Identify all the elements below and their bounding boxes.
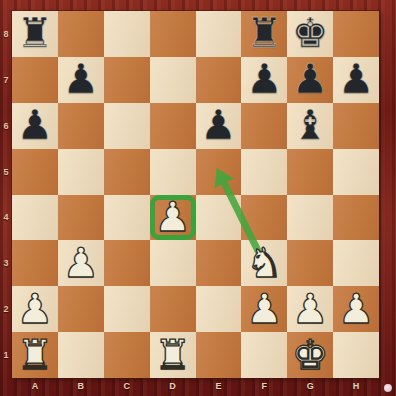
square-c4[interactable]	[104, 195, 150, 241]
file-label-A: A	[32, 381, 39, 391]
rank-label-2: 2	[0, 304, 12, 314]
white-king-g1[interactable]: ♚	[287, 332, 333, 378]
file-label-C: C	[123, 381, 130, 391]
square-f2[interactable]: ♟	[241, 286, 287, 332]
file-label-E: E	[215, 381, 221, 391]
square-b5[interactable]	[58, 149, 104, 195]
rank-label-1: 1	[0, 350, 12, 360]
square-a4[interactable]	[12, 195, 58, 241]
square-e7[interactable]	[196, 57, 242, 103]
white-pawn-a2[interactable]: ♟	[12, 286, 58, 332]
square-f7[interactable]: ♟	[241, 57, 287, 103]
square-h6[interactable]	[333, 103, 379, 149]
black-pawn-f7[interactable]: ♟	[241, 57, 287, 103]
square-h3[interactable]	[333, 240, 379, 286]
square-b1[interactable]	[58, 332, 104, 378]
black-bishop-g6[interactable]: ♝	[287, 103, 333, 149]
square-d3[interactable]	[150, 240, 196, 286]
square-b3[interactable]: ♟	[58, 240, 104, 286]
file-label-G: G	[307, 381, 314, 391]
white-rook-a1[interactable]: ♜	[12, 332, 58, 378]
square-h5[interactable]	[333, 149, 379, 195]
square-a1[interactable]: ♜	[12, 332, 58, 378]
rank-labels: 87654321	[0, 11, 12, 378]
square-a2[interactable]: ♟	[12, 286, 58, 332]
square-h4[interactable]	[333, 195, 379, 241]
square-h8[interactable]	[333, 11, 379, 57]
square-e1[interactable]	[196, 332, 242, 378]
square-e6[interactable]: ♟	[196, 103, 242, 149]
square-g1[interactable]: ♚	[287, 332, 333, 378]
white-pawn-d4[interactable]: ♟	[150, 195, 196, 241]
square-d7[interactable]	[150, 57, 196, 103]
file-label-H: H	[353, 381, 360, 391]
square-d1[interactable]: ♜	[150, 332, 196, 378]
black-king-g8[interactable]: ♚	[287, 11, 333, 57]
square-g7[interactable]: ♟	[287, 57, 333, 103]
square-d6[interactable]	[150, 103, 196, 149]
square-b4[interactable]	[58, 195, 104, 241]
square-g2[interactable]: ♟	[287, 286, 333, 332]
white-pawn-b3[interactable]: ♟	[58, 240, 104, 286]
square-f8[interactable]: ♜	[241, 11, 287, 57]
square-c2[interactable]	[104, 286, 150, 332]
square-c5[interactable]	[104, 149, 150, 195]
square-h7[interactable]: ♟	[333, 57, 379, 103]
square-a8[interactable]: ♜	[12, 11, 58, 57]
black-pawn-h7[interactable]: ♟	[333, 57, 379, 103]
file-labels: ABCDEFGH	[12, 378, 379, 396]
square-e3[interactable]	[196, 240, 242, 286]
rank-label-8: 8	[0, 29, 12, 39]
square-d4[interactable]: ♟	[150, 195, 196, 241]
black-rook-f8[interactable]: ♜	[241, 11, 287, 57]
square-b6[interactable]	[58, 103, 104, 149]
black-pawn-g7[interactable]: ♟	[287, 57, 333, 103]
rank-label-3: 3	[0, 258, 12, 268]
file-label-F: F	[262, 381, 268, 391]
square-f3[interactable]: ♞	[241, 240, 287, 286]
square-a6[interactable]: ♟	[12, 103, 58, 149]
square-f6[interactable]	[241, 103, 287, 149]
square-f4[interactable]	[241, 195, 287, 241]
file-label-D: D	[169, 381, 176, 391]
white-rook-d1[interactable]: ♜	[150, 332, 196, 378]
square-d5[interactable]	[150, 149, 196, 195]
square-g6[interactable]: ♝	[287, 103, 333, 149]
white-pawn-f2[interactable]: ♟	[241, 286, 287, 332]
black-pawn-b7[interactable]: ♟	[58, 57, 104, 103]
square-b2[interactable]	[58, 286, 104, 332]
file-label-B: B	[78, 381, 85, 391]
square-d2[interactable]	[150, 286, 196, 332]
square-g3[interactable]	[287, 240, 333, 286]
rank-label-6: 6	[0, 121, 12, 131]
square-e4[interactable]	[196, 195, 242, 241]
square-g4[interactable]	[287, 195, 333, 241]
square-e2[interactable]	[196, 286, 242, 332]
square-e5[interactable]	[196, 149, 242, 195]
square-a7[interactable]	[12, 57, 58, 103]
square-h2[interactable]: ♟	[333, 286, 379, 332]
resize-handle-dot	[384, 384, 392, 392]
square-c7[interactable]	[104, 57, 150, 103]
square-f5[interactable]	[241, 149, 287, 195]
rank-label-5: 5	[0, 167, 12, 177]
black-rook-a8[interactable]: ♜	[12, 11, 58, 57]
square-g8[interactable]: ♚	[287, 11, 333, 57]
square-d8[interactable]	[150, 11, 196, 57]
square-g5[interactable]	[287, 149, 333, 195]
black-pawn-e6[interactable]: ♟	[196, 103, 242, 149]
white-knight-f3[interactable]: ♞	[241, 240, 287, 286]
white-pawn-g2[interactable]: ♟	[287, 286, 333, 332]
chess-board[interactable]: ♜♜♚♟♟♟♟♟♟♝♟♟♞♟♟♟♟♜♜♚	[12, 11, 379, 378]
square-b7[interactable]: ♟	[58, 57, 104, 103]
square-a3[interactable]	[12, 240, 58, 286]
white-pawn-h2[interactable]: ♟	[333, 286, 379, 332]
square-e8[interactable]	[196, 11, 242, 57]
square-c6[interactable]	[104, 103, 150, 149]
square-a5[interactable]	[12, 149, 58, 195]
square-c8[interactable]	[104, 11, 150, 57]
square-h1[interactable]	[333, 332, 379, 378]
square-f1[interactable]	[241, 332, 287, 378]
square-c3[interactable]	[104, 240, 150, 286]
board-frame: ♜♜♚♟♟♟♟♟♟♝♟♟♞♟♟♟♟♜♜♚ 87654321 ABCDEFGH	[0, 0, 396, 396]
rank-label-7: 7	[0, 75, 12, 85]
square-b8[interactable]	[58, 11, 104, 57]
black-pawn-a6[interactable]: ♟	[12, 103, 58, 149]
rank-label-4: 4	[0, 212, 12, 222]
square-c1[interactable]	[104, 332, 150, 378]
